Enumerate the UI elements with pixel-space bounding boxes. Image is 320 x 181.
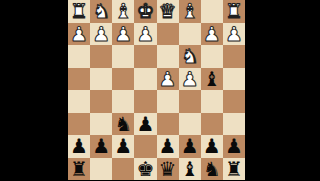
square-f3[interactable] <box>112 45 134 68</box>
white-pawn-h2[interactable]: ♟ <box>70 23 88 43</box>
black-pawn-c7[interactable]: ♟ <box>181 136 199 156</box>
square-d4[interactable]: ♟ <box>157 68 179 91</box>
square-h8[interactable]: ♜ <box>68 158 90 181</box>
square-a6[interactable] <box>223 113 245 136</box>
white-pawn-g2[interactable]: ♟ <box>92 23 110 43</box>
square-f5[interactable] <box>112 90 134 113</box>
square-h7[interactable]: ♟ <box>68 135 90 158</box>
square-d1[interactable]: ♛ <box>157 0 179 23</box>
square-d8[interactable]: ♛ <box>157 158 179 181</box>
square-h3[interactable] <box>68 45 90 68</box>
square-b3[interactable] <box>201 45 223 68</box>
black-pawn-a7[interactable]: ♟ <box>225 136 243 156</box>
square-h2[interactable]: ♟ <box>68 23 90 46</box>
letterbox-left <box>0 0 68 180</box>
square-g1[interactable]: ♞ <box>90 0 112 23</box>
black-knight-f6[interactable]: ♞ <box>114 113 132 133</box>
square-c2[interactable] <box>179 23 201 46</box>
white-rook-a1[interactable]: ♜ <box>225 1 243 21</box>
square-b4[interactable]: ♝ <box>201 68 223 91</box>
square-f6[interactable]: ♞ <box>112 113 134 136</box>
square-b8[interactable]: ♞ <box>201 158 223 181</box>
square-e1[interactable]: ♚ <box>134 0 156 23</box>
square-e5[interactable] <box>134 90 156 113</box>
square-a5[interactable] <box>223 90 245 113</box>
square-g8[interactable] <box>90 158 112 181</box>
square-g4[interactable] <box>90 68 112 91</box>
black-pawn-h7[interactable]: ♟ <box>70 136 88 156</box>
white-king-e1[interactable]: ♚ <box>136 1 154 21</box>
square-g6[interactable] <box>90 113 112 136</box>
square-c1[interactable]: ♝ <box>179 0 201 23</box>
square-f4[interactable] <box>112 68 134 91</box>
white-pawn-d4[interactable]: ♟ <box>159 68 177 88</box>
screen: ♜♞♝♚♛♝♜♟♟♟♟♟♟♞♟♟♝♞♟♟♟♟♟♟♟♟♜♚♛♝♞♜ <box>0 0 320 180</box>
chess-board: ♜♞♝♚♛♝♜♟♟♟♟♟♟♞♟♟♝♞♟♟♟♟♟♟♟♟♜♚♛♝♞♜ <box>68 0 245 180</box>
black-bishop-c8[interactable]: ♝ <box>181 158 199 178</box>
square-e6[interactable]: ♟ <box>134 113 156 136</box>
square-h4[interactable] <box>68 68 90 91</box>
black-pawn-d7[interactable]: ♟ <box>159 136 177 156</box>
square-f2[interactable]: ♟ <box>112 23 134 46</box>
square-d6[interactable] <box>157 113 179 136</box>
square-d5[interactable] <box>157 90 179 113</box>
square-h6[interactable] <box>68 113 90 136</box>
square-d2[interactable] <box>157 23 179 46</box>
square-g3[interactable] <box>90 45 112 68</box>
black-pawn-e6[interactable]: ♟ <box>136 113 154 133</box>
square-g7[interactable]: ♟ <box>90 135 112 158</box>
square-b6[interactable] <box>201 113 223 136</box>
square-c6[interactable] <box>179 113 201 136</box>
square-e7[interactable] <box>134 135 156 158</box>
square-e2[interactable]: ♟ <box>134 23 156 46</box>
square-e3[interactable] <box>134 45 156 68</box>
white-knight-g1[interactable]: ♞ <box>92 1 110 21</box>
square-d7[interactable]: ♟ <box>157 135 179 158</box>
square-a1[interactable]: ♜ <box>223 0 245 23</box>
square-c8[interactable]: ♝ <box>179 158 201 181</box>
black-pawn-f7[interactable]: ♟ <box>114 136 132 156</box>
square-c3[interactable]: ♞ <box>179 45 201 68</box>
square-h5[interactable] <box>68 90 90 113</box>
square-b2[interactable]: ♟ <box>201 23 223 46</box>
square-f8[interactable] <box>112 158 134 181</box>
white-rook-h1[interactable]: ♜ <box>70 1 88 21</box>
square-b7[interactable]: ♟ <box>201 135 223 158</box>
square-f7[interactable]: ♟ <box>112 135 134 158</box>
square-g5[interactable] <box>90 90 112 113</box>
black-rook-a8[interactable]: ♜ <box>225 158 243 178</box>
square-b5[interactable] <box>201 90 223 113</box>
black-rook-h8[interactable]: ♜ <box>70 158 88 178</box>
square-h1[interactable]: ♜ <box>68 0 90 23</box>
square-a8[interactable]: ♜ <box>223 158 245 181</box>
white-pawn-f2[interactable]: ♟ <box>114 23 132 43</box>
square-a3[interactable] <box>223 45 245 68</box>
white-bishop-f1[interactable]: ♝ <box>114 1 132 21</box>
square-a7[interactable]: ♟ <box>223 135 245 158</box>
black-king-e8[interactable]: ♚ <box>136 158 154 178</box>
white-pawn-a2[interactable]: ♟ <box>225 23 243 43</box>
white-pawn-e2[interactable]: ♟ <box>136 23 154 43</box>
square-f1[interactable]: ♝ <box>112 0 134 23</box>
white-queen-d1[interactable]: ♛ <box>159 1 177 21</box>
square-a2[interactable]: ♟ <box>223 23 245 46</box>
white-bishop-c1[interactable]: ♝ <box>181 1 199 21</box>
white-knight-c3[interactable]: ♞ <box>181 46 199 66</box>
square-a4[interactable] <box>223 68 245 91</box>
black-pawn-g7[interactable]: ♟ <box>92 136 110 156</box>
square-e8[interactable]: ♚ <box>134 158 156 181</box>
black-bishop-b4[interactable]: ♝ <box>203 68 221 88</box>
square-c4[interactable]: ♟ <box>179 68 201 91</box>
letterbox-right <box>245 0 320 180</box>
square-g2[interactable]: ♟ <box>90 23 112 46</box>
square-b1[interactable] <box>201 0 223 23</box>
black-knight-b8[interactable]: ♞ <box>203 158 221 178</box>
white-pawn-b2[interactable]: ♟ <box>203 23 221 43</box>
square-c5[interactable] <box>179 90 201 113</box>
white-pawn-c4[interactable]: ♟ <box>181 68 199 88</box>
square-d3[interactable] <box>157 45 179 68</box>
black-pawn-b7[interactable]: ♟ <box>203 136 221 156</box>
square-e4[interactable] <box>134 68 156 91</box>
square-c7[interactable]: ♟ <box>179 135 201 158</box>
black-queen-d8[interactable]: ♛ <box>159 158 177 178</box>
